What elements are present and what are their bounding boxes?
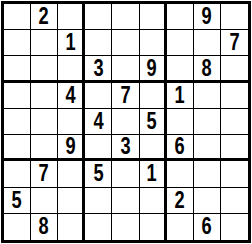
given-digit: 7: [229, 30, 239, 55]
cell-r3c6[interactable]: 9: [140, 56, 167, 82]
cell-r2c7[interactable]: [167, 30, 194, 56]
cell-r8c6[interactable]: [140, 188, 167, 214]
cell-r2c1[interactable]: [4, 30, 31, 56]
cell-r2c3[interactable]: 1: [58, 30, 85, 56]
cell-r4c7[interactable]: 1: [167, 83, 194, 109]
cell-r4c1[interactable]: [4, 83, 31, 109]
cell-r2c4[interactable]: [85, 30, 112, 56]
cell-r7c6[interactable]: 1: [140, 161, 167, 187]
cell-r3c8[interactable]: 8: [194, 56, 221, 82]
cell-r5c2[interactable]: [31, 109, 58, 135]
cell-r4c4[interactable]: [85, 83, 112, 109]
cell-r5c8[interactable]: [194, 109, 221, 135]
cell-r1c1[interactable]: [4, 4, 31, 30]
cell-r8c8[interactable]: [194, 188, 221, 214]
cell-r7c1[interactable]: [4, 161, 31, 187]
cell-r2c9[interactable]: 7: [221, 30, 248, 56]
cell-r9c4[interactable]: [85, 214, 112, 240]
cell-r7c2[interactable]: 7: [31, 161, 58, 187]
cell-r3c2[interactable]: [31, 56, 58, 82]
cell-r6c8[interactable]: [194, 135, 221, 161]
given-digit: 7: [39, 161, 49, 186]
cell-r1c3[interactable]: [58, 4, 85, 30]
cell-r7c4[interactable]: 5: [85, 161, 112, 187]
cell-r8c5[interactable]: [112, 188, 139, 214]
given-digit: 4: [93, 109, 103, 134]
cell-r9c9[interactable]: [221, 214, 248, 240]
given-digit: 8: [202, 56, 212, 80]
cell-r5c4[interactable]: 4: [85, 109, 112, 135]
cell-r6c4[interactable]: [85, 135, 112, 161]
cell-r1c7[interactable]: [167, 4, 194, 30]
cell-r7c9[interactable]: [221, 161, 248, 187]
cell-r8c2[interactable]: [31, 188, 58, 214]
cell-r3c5[interactable]: [112, 56, 139, 82]
cell-r2c8[interactable]: [194, 30, 221, 56]
cell-r5c1[interactable]: [4, 109, 31, 135]
cell-r8c7[interactable]: 2: [167, 188, 194, 214]
cell-r2c2[interactable]: [31, 30, 58, 56]
given-digit: 9: [65, 135, 75, 159]
cell-r6c6[interactable]: [140, 135, 167, 161]
cell-r9c6[interactable]: [140, 214, 167, 240]
cell-r6c5[interactable]: 3: [112, 135, 139, 161]
sudoku-page: 2917398471459367515286: [0, 0, 252, 244]
cell-r4c3[interactable]: 4: [58, 83, 85, 109]
cell-r8c3[interactable]: [58, 188, 85, 214]
cell-r7c5[interactable]: [112, 161, 139, 187]
cell-r8c1[interactable]: 5: [4, 188, 31, 214]
given-digit: 9: [202, 4, 212, 29]
cell-r3c9[interactable]: [221, 56, 248, 82]
cell-r5c7[interactable]: [167, 109, 194, 135]
given-digit: 5: [147, 109, 157, 134]
cell-r9c5[interactable]: [112, 214, 139, 240]
cell-r9c7[interactable]: [167, 214, 194, 240]
cell-r1c6[interactable]: [140, 4, 167, 30]
cell-r7c3[interactable]: [58, 161, 85, 187]
cell-r9c8[interactable]: 6: [194, 214, 221, 240]
cell-r9c1[interactable]: [4, 214, 31, 240]
cell-r8c9[interactable]: [221, 188, 248, 214]
cell-r4c9[interactable]: [221, 83, 248, 109]
cell-r5c3[interactable]: [58, 109, 85, 135]
cell-r3c3[interactable]: [58, 56, 85, 82]
cell-r1c5[interactable]: [112, 4, 139, 30]
given-digit: 3: [93, 56, 103, 80]
given-digit: 1: [147, 161, 157, 186]
cell-r4c5[interactable]: 7: [112, 83, 139, 109]
cell-r4c8[interactable]: [194, 83, 221, 109]
cell-r3c7[interactable]: [167, 56, 194, 82]
cell-r1c4[interactable]: [85, 4, 112, 30]
given-digit: 4: [65, 83, 75, 108]
cell-r2c6[interactable]: [140, 30, 167, 56]
given-digit: 1: [65, 30, 75, 55]
given-digit: 6: [202, 214, 212, 239]
given-digit: 5: [12, 188, 22, 213]
cell-r5c6[interactable]: 5: [140, 109, 167, 135]
sudoku-board: 2917398471459367515286: [1, 1, 251, 243]
cell-r7c7[interactable]: [167, 161, 194, 187]
cell-r6c2[interactable]: [31, 135, 58, 161]
cell-r6c1[interactable]: [4, 135, 31, 161]
given-digit: 3: [120, 135, 130, 159]
cell-r1c9[interactable]: [221, 4, 248, 30]
cell-r5c9[interactable]: [221, 109, 248, 135]
cell-r9c3[interactable]: [58, 214, 85, 240]
cell-r7c8[interactable]: [194, 161, 221, 187]
cell-r8c4[interactable]: [85, 188, 112, 214]
cell-r6c7[interactable]: 6: [167, 135, 194, 161]
cell-r6c9[interactable]: [221, 135, 248, 161]
cell-r1c8[interactable]: 9: [194, 4, 221, 30]
cell-r4c6[interactable]: [140, 83, 167, 109]
given-digit: 2: [39, 4, 49, 29]
cell-r9c2[interactable]: 8: [31, 214, 58, 240]
given-digit: 2: [175, 188, 185, 213]
cell-r5c5[interactable]: [112, 109, 139, 135]
given-digit: 5: [93, 161, 103, 186]
given-digit: 7: [120, 83, 130, 108]
cell-r3c4[interactable]: 3: [85, 56, 112, 82]
given-digit: 6: [175, 135, 185, 159]
given-digit: 1: [175, 83, 185, 108]
cell-r4c2[interactable]: [31, 83, 58, 109]
given-digit: 8: [39, 214, 49, 239]
cell-r3c1[interactable]: [4, 56, 31, 82]
cell-r1c2[interactable]: 2: [31, 4, 58, 30]
cell-r6c3[interactable]: 9: [58, 135, 85, 161]
cell-r2c5[interactable]: [112, 30, 139, 56]
given-digit: 9: [147, 56, 157, 80]
